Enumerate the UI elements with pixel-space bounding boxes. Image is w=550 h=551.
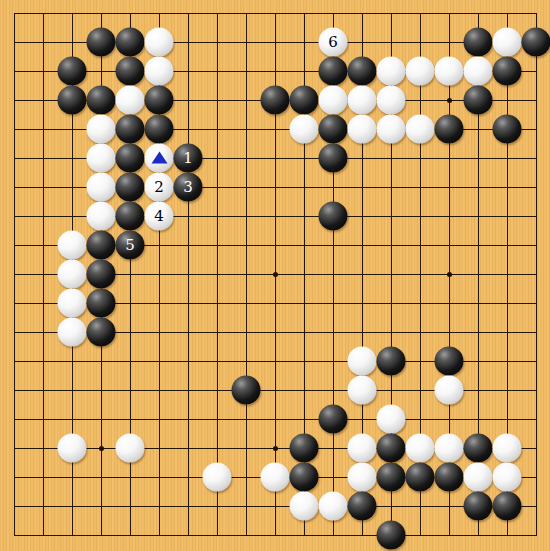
move-number-label: 3 [174, 173, 203, 202]
white-stone [145, 28, 174, 57]
black-stone [377, 521, 406, 550]
black-stone [493, 492, 522, 521]
white-stone [377, 115, 406, 144]
white-stone [348, 434, 377, 463]
black-stone [464, 492, 493, 521]
black-stone [87, 231, 116, 260]
move-number-label: 2 [145, 173, 174, 202]
black-stone [464, 434, 493, 463]
white-stone [58, 289, 87, 318]
black-stone [261, 86, 290, 115]
move-number-label: 4 [145, 202, 174, 231]
white-stone [406, 57, 435, 86]
white-stone [464, 57, 493, 86]
star-point [273, 272, 278, 277]
black-stone [87, 86, 116, 115]
black-stone [145, 86, 174, 115]
white-stone [348, 115, 377, 144]
black-stone [116, 28, 145, 57]
white-stone: 4 [145, 202, 174, 231]
white-stone [348, 86, 377, 115]
black-stone: 5 [116, 231, 145, 260]
black-stone [522, 28, 550, 57]
white-stone [261, 463, 290, 492]
white-stone: 2 [145, 173, 174, 202]
black-stone [377, 434, 406, 463]
white-stone [493, 463, 522, 492]
black-stone [348, 57, 377, 86]
black-stone [116, 173, 145, 202]
black-stone [435, 347, 464, 376]
white-stone [87, 115, 116, 144]
white-stone [435, 57, 464, 86]
white-stone [377, 405, 406, 434]
black-stone [116, 57, 145, 86]
black-stone [319, 144, 348, 173]
move-number-label: 6 [319, 28, 348, 57]
black-stone [87, 28, 116, 57]
white-stone [377, 86, 406, 115]
white-stone [348, 376, 377, 405]
white-stone [203, 463, 232, 492]
black-stone [145, 115, 174, 144]
black-stone [87, 289, 116, 318]
star-point [273, 446, 278, 451]
black-stone [58, 57, 87, 86]
black-stone [87, 260, 116, 289]
black-stone [290, 86, 319, 115]
white-stone [464, 463, 493, 492]
black-stone [319, 405, 348, 434]
white-stone [406, 115, 435, 144]
triangle-marker-icon [151, 151, 167, 163]
white-stone [290, 115, 319, 144]
black-stone [116, 115, 145, 144]
black-stone: 1 [174, 144, 203, 173]
black-stone [319, 202, 348, 231]
white-stone [87, 173, 116, 202]
white-stone [58, 260, 87, 289]
black-stone [87, 318, 116, 347]
white-stone [493, 434, 522, 463]
black-stone [493, 57, 522, 86]
white-stone [348, 463, 377, 492]
white-stone [348, 347, 377, 376]
move-number-label: 1 [174, 144, 203, 173]
white-stone [145, 144, 174, 173]
white-stone [58, 231, 87, 260]
black-stone [116, 144, 145, 173]
black-stone [232, 376, 261, 405]
white-stone [319, 86, 348, 115]
black-stone [348, 492, 377, 521]
white-stone [290, 492, 319, 521]
black-stone [58, 86, 87, 115]
black-stone [116, 202, 145, 231]
white-stone [435, 434, 464, 463]
white-stone [87, 202, 116, 231]
white-stone [377, 57, 406, 86]
black-stone [435, 463, 464, 492]
white-stone [435, 376, 464, 405]
star-point [447, 98, 452, 103]
black-stone [377, 463, 406, 492]
white-stone [116, 434, 145, 463]
black-stone [290, 463, 319, 492]
black-stone [319, 115, 348, 144]
white-stone [58, 434, 87, 463]
white-stone [145, 57, 174, 86]
black-stone [377, 347, 406, 376]
black-stone [290, 434, 319, 463]
go-board[interactable]: 612345 [0, 0, 550, 551]
move-number-label: 5 [116, 231, 145, 260]
star-point [447, 272, 452, 277]
white-stone [493, 28, 522, 57]
white-stone [58, 318, 87, 347]
white-stone [116, 86, 145, 115]
black-stone [464, 86, 493, 115]
black-stone [464, 28, 493, 57]
black-stone [406, 463, 435, 492]
white-stone [87, 144, 116, 173]
black-stone: 3 [174, 173, 203, 202]
white-stone [319, 492, 348, 521]
white-stone [406, 434, 435, 463]
black-stone [319, 57, 348, 86]
white-stone: 6 [319, 28, 348, 57]
black-stone [493, 115, 522, 144]
black-stone [435, 115, 464, 144]
star-point [99, 446, 104, 451]
